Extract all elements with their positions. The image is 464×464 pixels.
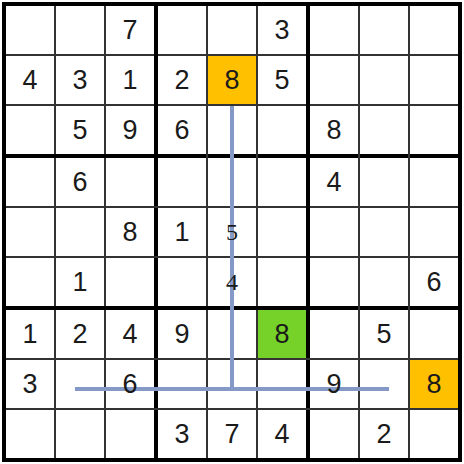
cell-r6c5[interactable]: 4 [208, 258, 256, 306]
cell-r8c3[interactable]: 6 [106, 360, 154, 408]
cell-r9c3[interactable] [106, 410, 154, 458]
cell-r8c4[interactable] [158, 360, 206, 408]
cell-r9c5[interactable]: 7 [208, 410, 256, 458]
cell-r6c8[interactable] [360, 258, 408, 306]
cell-r8c8[interactable] [360, 360, 408, 408]
cell-r2c7[interactable] [310, 56, 358, 104]
cell-r1c4[interactable] [158, 6, 206, 54]
cell-r2c2[interactable]: 3 [56, 56, 104, 104]
cell-r9c2[interactable] [56, 410, 104, 458]
cell-r3c4[interactable]: 6 [158, 106, 206, 154]
cell-r2c5[interactable]: 8 [208, 56, 256, 104]
cell-r8c5[interactable] [208, 360, 256, 408]
cell-r3c7[interactable]: 8 [310, 106, 358, 154]
cell-r3c2[interactable]: 5 [56, 106, 104, 154]
cell-r6c6[interactable] [258, 258, 306, 306]
cell-r9c9[interactable] [410, 410, 458, 458]
cell-r3c1[interactable] [6, 106, 54, 154]
cell-r5c1[interactable] [6, 208, 54, 256]
cell-r5c9[interactable] [410, 208, 458, 256]
cell-r4c8[interactable] [360, 158, 408, 206]
cell-r2c1[interactable]: 4 [6, 56, 54, 104]
cell-r9c6[interactable]: 4 [258, 410, 306, 458]
cell-r1c9[interactable] [410, 6, 458, 54]
cell-r8c6[interactable] [258, 360, 306, 408]
cell-r2c9[interactable] [410, 56, 458, 104]
cell-r1c7[interactable] [310, 6, 358, 54]
cell-r4c2[interactable]: 6 [56, 158, 104, 206]
cell-r6c9[interactable]: 6 [410, 258, 458, 306]
cell-r9c1[interactable] [6, 410, 54, 458]
cell-r4c6[interactable] [258, 158, 306, 206]
cell-r6c2[interactable]: 1 [56, 258, 104, 306]
cell-r7c7[interactable] [310, 310, 358, 358]
cell-r5c2[interactable] [56, 208, 104, 256]
cell-r3c6[interactable] [258, 106, 306, 154]
cell-r7c4[interactable]: 9 [158, 310, 206, 358]
cell-r7c3[interactable]: 4 [106, 310, 154, 358]
cell-r9c8[interactable]: 2 [360, 410, 408, 458]
cell-r5c8[interactable] [360, 208, 408, 256]
cell-r8c2[interactable] [56, 360, 104, 408]
cell-r1c1[interactable] [6, 6, 54, 54]
cell-r8c7[interactable]: 9 [310, 360, 358, 408]
cell-r5c7[interactable] [310, 208, 358, 256]
cell-r1c5[interactable] [208, 6, 256, 54]
cell-r4c9[interactable] [410, 158, 458, 206]
cell-r2c3[interactable]: 1 [106, 56, 154, 104]
cell-r7c2[interactable]: 2 [56, 310, 104, 358]
sudoku-board: 7343128559686481514612498536983742 [2, 2, 462, 462]
cell-r1c8[interactable] [360, 6, 408, 54]
cell-r4c1[interactable] [6, 158, 54, 206]
cell-r7c1[interactable]: 1 [6, 310, 54, 358]
cell-r5c4[interactable]: 1 [158, 208, 206, 256]
cell-r7c5[interactable] [208, 310, 256, 358]
cell-r5c3[interactable]: 8 [106, 208, 154, 256]
cell-r5c6[interactable] [258, 208, 306, 256]
cell-r4c5[interactable] [208, 158, 256, 206]
cell-r6c4[interactable] [158, 258, 206, 306]
cell-r9c4[interactable]: 3 [158, 410, 206, 458]
cell-r1c2[interactable] [56, 6, 104, 54]
cell-r1c3[interactable]: 7 [106, 6, 154, 54]
cell-r6c1[interactable] [6, 258, 54, 306]
cell-r3c9[interactable] [410, 106, 458, 154]
cell-r7c9[interactable] [410, 310, 458, 358]
cell-r4c3[interactable] [106, 158, 154, 206]
cell-r5c5[interactable]: 5 [208, 208, 256, 256]
cell-r8c9[interactable]: 8 [410, 360, 458, 408]
cell-r4c7[interactable]: 4 [310, 158, 358, 206]
cell-r3c3[interactable]: 9 [106, 106, 154, 154]
cell-r4c4[interactable] [158, 158, 206, 206]
cell-r9c7[interactable] [310, 410, 358, 458]
cell-r7c6[interactable]: 8 [258, 310, 306, 358]
cell-r3c8[interactable] [360, 106, 408, 154]
cell-r3c5[interactable] [208, 106, 256, 154]
cell-r2c8[interactable] [360, 56, 408, 104]
cell-r2c6[interactable]: 5 [258, 56, 306, 104]
cell-r2c4[interactable]: 2 [158, 56, 206, 104]
cell-r1c6[interactable]: 3 [258, 6, 306, 54]
cell-r6c7[interactable] [310, 258, 358, 306]
cell-r8c1[interactable]: 3 [6, 360, 54, 408]
cell-r6c3[interactable] [106, 258, 154, 306]
cell-r7c8[interactable]: 5 [360, 310, 408, 358]
